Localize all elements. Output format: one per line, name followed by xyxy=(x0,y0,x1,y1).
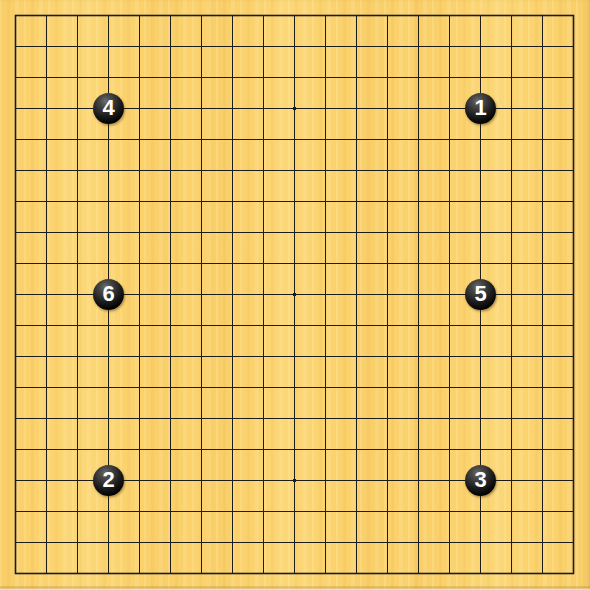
stone-black-5[interactable]: 5 xyxy=(465,279,496,310)
stone-black-2[interactable]: 2 xyxy=(93,465,124,496)
stone-move-number: 3 xyxy=(474,469,486,491)
stone-black-4[interactable]: 4 xyxy=(93,93,124,124)
stone-move-number: 1 xyxy=(474,97,486,119)
stone-move-number: 5 xyxy=(474,283,486,305)
stone-black-3[interactable]: 3 xyxy=(465,465,496,496)
stone-move-number: 4 xyxy=(102,97,114,119)
stone-move-number: 6 xyxy=(102,283,114,305)
stone-black-6[interactable]: 6 xyxy=(93,279,124,310)
go-board[interactable]: 123456 xyxy=(0,0,590,590)
stone-black-1[interactable]: 1 xyxy=(465,93,496,124)
stone-move-number: 2 xyxy=(102,469,114,491)
stones-container: 123456 xyxy=(0,0,590,590)
